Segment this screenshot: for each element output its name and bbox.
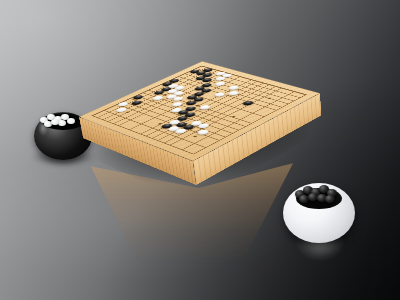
black-stone[interactable] — [184, 100, 198, 106]
white-stone[interactable] — [114, 107, 128, 113]
bowl-white-stone — [67, 118, 75, 124]
white-stone[interactable] — [227, 85, 241, 90]
white-stone[interactable] — [195, 129, 210, 136]
scene — [0, 0, 400, 300]
black-stone-heap — [283, 183, 355, 243]
black-stone[interactable] — [152, 90, 165, 95]
bowl-black-stone — [325, 195, 335, 203]
white-stone[interactable] — [213, 92, 227, 98]
black-stone[interactable] — [131, 95, 145, 100]
white-stone[interactable] — [227, 90, 241, 96]
white-stone[interactable] — [151, 95, 165, 100]
white-stone[interactable] — [198, 104, 212, 110]
white-stone[interactable] — [116, 101, 130, 107]
bowl-white-stone — [58, 120, 66, 126]
black-stone[interactable] — [241, 100, 255, 106]
bowl-highlight — [38, 120, 48, 136]
white-stone-bowl — [283, 183, 355, 243]
black-stone[interactable] — [130, 100, 144, 106]
white-stone[interactable] — [170, 101, 184, 107]
white-stone[interactable] — [213, 81, 227, 86]
white-stone[interactable] — [214, 76, 227, 81]
